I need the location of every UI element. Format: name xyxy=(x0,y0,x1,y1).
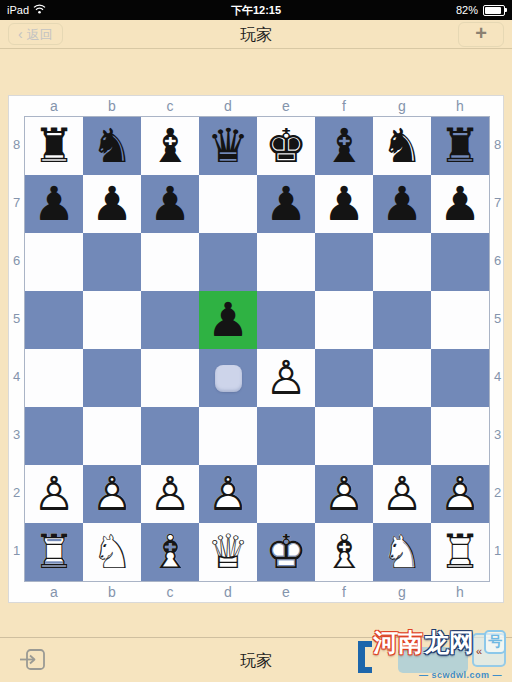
file-label-c: c xyxy=(141,582,199,602)
clock: 下午12:15 xyxy=(0,3,512,18)
white-pawn[interactable]: ♙ xyxy=(257,349,315,407)
rank-labels-right: 87654321 xyxy=(490,116,505,582)
square-a1[interactable]: ♜♖ xyxy=(25,523,83,581)
rank-label-8: 8 xyxy=(9,116,24,174)
board-grid: ♜♞♝♛♚♝♞♜♟♟♟♟♟♟♟♟♟♙♟♙♟♙♟♙♟♙♟♙♟♙♟♙♜♖♞♘♝♗♛♕… xyxy=(24,116,490,582)
square-h5[interactable] xyxy=(431,291,489,349)
file-label-h: h xyxy=(431,96,489,116)
square-h2[interactable]: ♟♙ xyxy=(431,465,489,523)
file-label-a: a xyxy=(25,96,83,116)
square-b6[interactable] xyxy=(83,233,141,291)
chess-board: abcdefgh 87654321 ♜♞♝♛♚♝♞♜♟♟♟♟♟♟♟♟♟♙♟♙♟♙… xyxy=(8,95,504,603)
square-c3[interactable] xyxy=(141,407,199,465)
black-bishop[interactable]: ♝ xyxy=(315,117,373,175)
square-e2[interactable] xyxy=(257,465,315,523)
rank-label-6: 6 xyxy=(9,232,24,290)
black-pawn[interactable]: ♟ xyxy=(25,175,83,233)
file-label-c: c xyxy=(141,96,199,116)
black-pawn[interactable]: ♟ xyxy=(373,175,431,233)
square-d3[interactable] xyxy=(199,407,257,465)
square-f1[interactable]: ♝♗ xyxy=(315,523,373,581)
square-a4[interactable] xyxy=(25,349,83,407)
square-g6[interactable] xyxy=(373,233,431,291)
watermark-arrow-icon: « xyxy=(476,645,482,657)
file-label-h: h xyxy=(431,582,489,602)
black-king[interactable]: ♚ xyxy=(257,117,315,175)
file-label-e: e xyxy=(257,96,315,116)
white-pawn[interactable]: ♙ xyxy=(315,465,373,523)
file-label-a: a xyxy=(25,582,83,602)
square-a3[interactable] xyxy=(25,407,83,465)
square-b2[interactable]: ♟♙ xyxy=(83,465,141,523)
square-e7[interactable]: ♟ xyxy=(257,175,315,233)
square-h7[interactable]: ♟ xyxy=(431,175,489,233)
navigation-bar: ‹返回 玩家 + xyxy=(0,20,512,49)
square-c8[interactable]: ♝ xyxy=(141,117,199,175)
rank-label-2: 2 xyxy=(9,464,24,522)
square-b5[interactable] xyxy=(83,291,141,349)
site-watermark: 河南 龙网 « 号 — scwdwl.com — xyxy=(358,625,510,681)
rank-label-5: 5 xyxy=(9,290,24,348)
square-g3[interactable] xyxy=(373,407,431,465)
square-g7[interactable]: ♟ xyxy=(373,175,431,233)
file-label-f: f xyxy=(315,96,373,116)
square-f4[interactable] xyxy=(315,349,373,407)
white-pawn[interactable]: ♙ xyxy=(373,465,431,523)
square-c6[interactable] xyxy=(141,233,199,291)
square-f6[interactable] xyxy=(315,233,373,291)
square-e1[interactable]: ♚♔ xyxy=(257,523,315,581)
white-rook[interactable]: ♖ xyxy=(25,523,83,581)
square-e4[interactable]: ♟♙ xyxy=(257,349,315,407)
black-pawn[interactable]: ♟ xyxy=(315,175,373,233)
square-h1[interactable]: ♜♖ xyxy=(431,523,489,581)
rank-label-2: 2 xyxy=(490,464,505,522)
square-d8[interactable]: ♛ xyxy=(199,117,257,175)
square-c2[interactable]: ♟♙ xyxy=(141,465,199,523)
square-h8[interactable]: ♜ xyxy=(431,117,489,175)
file-label-d: d xyxy=(199,96,257,116)
page-title: 玩家 xyxy=(0,20,512,48)
rank-label-1: 1 xyxy=(9,522,24,580)
watermark-url: — scwdwl.com — xyxy=(419,670,502,680)
white-knight[interactable]: ♘ xyxy=(83,523,141,581)
square-b8[interactable]: ♞ xyxy=(83,117,141,175)
black-pawn[interactable]: ♟ xyxy=(199,291,257,349)
white-bishop[interactable]: ♗ xyxy=(141,523,199,581)
square-d6[interactable] xyxy=(199,233,257,291)
square-f5[interactable] xyxy=(315,291,373,349)
square-a2[interactable]: ♟♙ xyxy=(25,465,83,523)
white-bishop[interactable]: ♗ xyxy=(315,523,373,581)
status-bar: iPad 下午12:15 82% xyxy=(0,0,512,20)
black-rook[interactable]: ♜ xyxy=(25,117,83,175)
white-pawn[interactable]: ♙ xyxy=(141,465,199,523)
file-labels-bottom: abcdefgh xyxy=(9,582,503,602)
black-bishop[interactable]: ♝ xyxy=(141,117,199,175)
rank-label-4: 4 xyxy=(490,348,505,406)
square-c1[interactable]: ♝♗ xyxy=(141,523,199,581)
black-pawn[interactable]: ♟ xyxy=(141,175,199,233)
white-knight[interactable]: ♘ xyxy=(373,523,431,581)
watermark-badge: 号 xyxy=(484,630,506,654)
black-knight[interactable]: ♞ xyxy=(373,117,431,175)
square-d4[interactable] xyxy=(199,349,257,407)
file-label-f: f xyxy=(315,582,373,602)
square-d7[interactable] xyxy=(199,175,257,233)
square-e6[interactable] xyxy=(257,233,315,291)
rank-label-1: 1 xyxy=(490,522,505,580)
square-d1[interactable]: ♛♕ xyxy=(199,523,257,581)
black-knight[interactable]: ♞ xyxy=(83,117,141,175)
watermark-brand-red: 河南 xyxy=(373,627,423,657)
file-labels-top: abcdefgh xyxy=(9,96,503,116)
square-g1[interactable]: ♞♘ xyxy=(373,523,431,581)
white-queen[interactable]: ♕ xyxy=(199,523,257,581)
move-target-marker[interactable] xyxy=(215,365,242,392)
square-d5[interactable]: ♟ xyxy=(199,291,257,349)
square-h6[interactable] xyxy=(431,233,489,291)
square-g8[interactable]: ♞ xyxy=(373,117,431,175)
add-game-button[interactable]: + xyxy=(458,22,504,47)
square-b1[interactable]: ♞♘ xyxy=(83,523,141,581)
square-b3[interactable] xyxy=(83,407,141,465)
square-a8[interactable]: ♜ xyxy=(25,117,83,175)
rank-label-8: 8 xyxy=(490,116,505,174)
battery-icon xyxy=(483,5,505,16)
white-rook[interactable]: ♖ xyxy=(431,523,489,581)
square-b4[interactable] xyxy=(83,349,141,407)
square-b7[interactable]: ♟ xyxy=(83,175,141,233)
rank-label-4: 4 xyxy=(9,348,24,406)
rank-labels-left: 87654321 xyxy=(9,116,24,582)
watermark-brand-dark: 龙网 xyxy=(424,627,474,657)
square-a6[interactable] xyxy=(25,233,83,291)
rank-label-3: 3 xyxy=(9,406,24,464)
rank-label-5: 5 xyxy=(490,290,505,348)
file-label-g: g xyxy=(373,582,431,602)
white-pawn[interactable]: ♙ xyxy=(25,465,83,523)
file-label-b: b xyxy=(83,582,141,602)
file-label-e: e xyxy=(257,582,315,602)
square-h4[interactable] xyxy=(431,349,489,407)
square-e5[interactable] xyxy=(257,291,315,349)
rank-label-6: 6 xyxy=(490,232,505,290)
white-king[interactable]: ♔ xyxy=(257,523,315,581)
rank-label-7: 7 xyxy=(9,174,24,232)
device-label: iPad xyxy=(7,4,29,16)
square-f8[interactable]: ♝ xyxy=(315,117,373,175)
white-pawn[interactable]: ♙ xyxy=(431,465,489,523)
file-label-b: b xyxy=(83,96,141,116)
square-d2[interactable]: ♟♙ xyxy=(199,465,257,523)
black-pawn[interactable]: ♟ xyxy=(83,175,141,233)
square-c5[interactable] xyxy=(141,291,199,349)
black-pawn[interactable]: ♟ xyxy=(257,175,315,233)
square-h3[interactable] xyxy=(431,407,489,465)
square-c7[interactable]: ♟ xyxy=(141,175,199,233)
black-rook[interactable]: ♜ xyxy=(431,117,489,175)
square-g4[interactable] xyxy=(373,349,431,407)
square-a5[interactable] xyxy=(25,291,83,349)
file-label-d: d xyxy=(199,582,257,602)
black-queen[interactable]: ♛ xyxy=(199,117,257,175)
white-pawn[interactable]: ♙ xyxy=(83,465,141,523)
rank-label-3: 3 xyxy=(490,406,505,464)
square-c4[interactable] xyxy=(141,349,199,407)
white-pawn[interactable]: ♙ xyxy=(199,465,257,523)
square-f3[interactable] xyxy=(315,407,373,465)
file-label-g: g xyxy=(373,96,431,116)
rank-label-7: 7 xyxy=(490,174,505,232)
square-e3[interactable] xyxy=(257,407,315,465)
square-g2[interactable]: ♟♙ xyxy=(373,465,431,523)
battery-percent: 82% xyxy=(456,4,478,16)
black-pawn[interactable]: ♟ xyxy=(431,175,489,233)
square-e8[interactable]: ♚ xyxy=(257,117,315,175)
square-g5[interactable] xyxy=(373,291,431,349)
wifi-icon xyxy=(33,4,46,16)
square-f7[interactable]: ♟ xyxy=(315,175,373,233)
square-a7[interactable]: ♟ xyxy=(25,175,83,233)
square-f2[interactable]: ♟♙ xyxy=(315,465,373,523)
watermark-bracket-logo xyxy=(358,641,372,673)
